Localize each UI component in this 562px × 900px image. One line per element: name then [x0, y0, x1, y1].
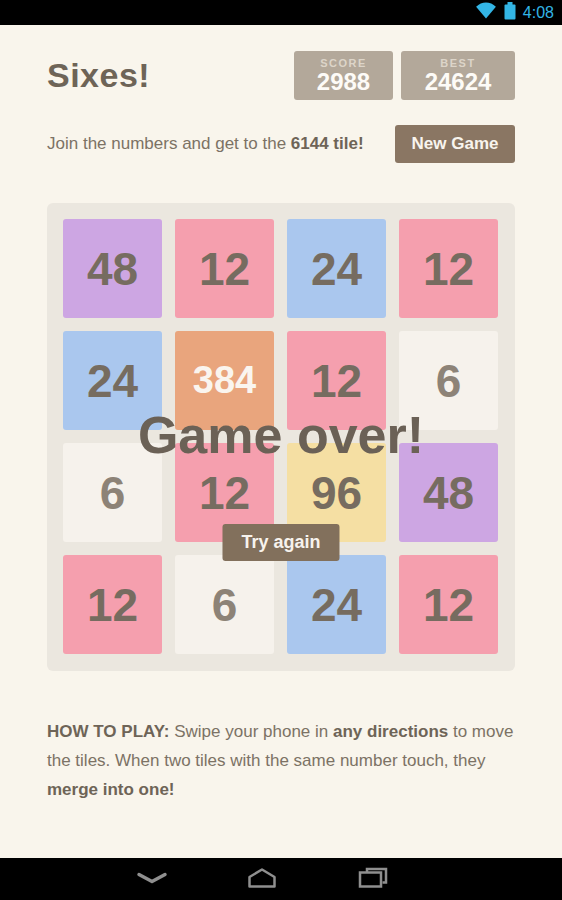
- status-bar: 4:08: [0, 0, 562, 25]
- score-label: SCORE: [294, 57, 393, 69]
- page-title: Sixes!: [47, 56, 150, 95]
- tile-6: 6: [175, 555, 274, 654]
- score-value: 2988: [294, 69, 393, 95]
- wifi-icon: [475, 2, 497, 23]
- sub-header: Join the numbers and get to the 6144 til…: [47, 125, 515, 163]
- tile-384: 384: [175, 331, 274, 430]
- howto-intro-bold: HOW TO PLAY:: [47, 722, 169, 741]
- recents-icon: [358, 867, 388, 892]
- tile-12: 12: [399, 219, 498, 318]
- home-icon: [246, 867, 278, 892]
- best-label: BEST: [401, 57, 515, 69]
- tile-6: 6: [63, 443, 162, 542]
- board-container: 481224122438412661296481262412 Game over…: [47, 203, 515, 671]
- tile-24: 24: [287, 555, 386, 654]
- tile-6: 6: [399, 331, 498, 430]
- tile-12: 12: [175, 219, 274, 318]
- howto-merge-bold: merge into one!: [47, 780, 175, 799]
- header: Sixes! SCORE 2988 BEST 24624: [47, 50, 515, 100]
- score-box: SCORE 2988: [294, 51, 393, 100]
- tile-12: 12: [287, 331, 386, 430]
- navigation-bar: [0, 858, 562, 900]
- tile-48: 48: [399, 443, 498, 542]
- new-game-button[interactable]: New Game: [395, 125, 515, 163]
- best-score-box: BEST 24624: [401, 51, 515, 100]
- try-again-button[interactable]: Try again: [222, 524, 339, 561]
- tile-48: 48: [63, 219, 162, 318]
- tile-12: 12: [399, 555, 498, 654]
- status-clock: 4:08: [523, 0, 554, 25]
- goal-tile-bold: 6144 tile!: [291, 134, 364, 153]
- app-screen: 4:08 Sixes! SCORE 2988 BEST 24624 Join t…: [0, 0, 562, 900]
- back-button[interactable]: [122, 858, 182, 900]
- chevron-down-icon: [136, 872, 168, 887]
- tile-12: 12: [63, 555, 162, 654]
- tile-24: 24: [287, 219, 386, 318]
- best-value: 24624: [401, 69, 515, 95]
- recents-button[interactable]: [343, 858, 403, 900]
- battery-icon: [504, 2, 516, 24]
- board-grid[interactable]: 481224122438412661296481262412: [47, 203, 515, 671]
- tile-24: 24: [63, 331, 162, 430]
- howto-directions-bold: any directions: [333, 722, 448, 741]
- how-to-play-text: HOW TO PLAY: Swipe your phone in any dir…: [47, 717, 515, 804]
- goal-text: Join the numbers and get to the 6144 til…: [47, 134, 364, 154]
- home-button[interactable]: [232, 858, 292, 900]
